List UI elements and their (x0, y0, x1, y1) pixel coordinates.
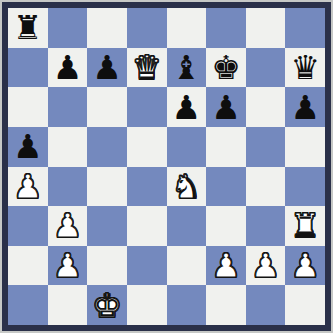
piece-black-king: ♚ (211, 51, 241, 84)
square-b3[interactable]: ♟ (48, 206, 88, 246)
square-e5[interactable] (167, 127, 207, 167)
square-h4[interactable] (285, 167, 325, 207)
square-h3[interactable]: ♜ (285, 206, 325, 246)
square-d8[interactable] (127, 8, 167, 48)
piece-black-pawn: ♟ (290, 91, 320, 124)
square-b6[interactable] (48, 87, 88, 127)
square-e7[interactable]: ♝ (167, 48, 207, 88)
square-b5[interactable] (48, 127, 88, 167)
square-f1[interactable] (206, 285, 246, 325)
piece-white-pawn: ♟ (251, 249, 281, 282)
square-g1[interactable] (246, 285, 286, 325)
square-e6[interactable]: ♟ (167, 87, 207, 127)
piece-white-pawn: ♟ (290, 249, 320, 282)
piece-black-bishop: ♝ (172, 51, 202, 84)
square-a4[interactable]: ♟ (8, 167, 48, 207)
piece-black-pawn: ♟ (92, 51, 122, 84)
square-f8[interactable] (206, 8, 246, 48)
piece-white-pawn: ♟ (53, 249, 83, 282)
square-b2[interactable]: ♟ (48, 246, 88, 286)
piece-black-pawn: ♟ (13, 130, 43, 163)
piece-black-pawn: ♟ (211, 91, 241, 124)
piece-white-rook: ♜ (290, 209, 320, 242)
square-d1[interactable] (127, 285, 167, 325)
piece-white-knight: ♞ (172, 170, 202, 203)
square-h6[interactable]: ♟ (285, 87, 325, 127)
square-d2[interactable] (127, 246, 167, 286)
square-d3[interactable] (127, 206, 167, 246)
square-g4[interactable] (246, 167, 286, 207)
square-f4[interactable] (206, 167, 246, 207)
square-a2[interactable] (8, 246, 48, 286)
piece-white-pawn: ♟ (13, 170, 43, 203)
square-a5[interactable]: ♟ (8, 127, 48, 167)
square-c3[interactable] (87, 206, 127, 246)
square-h8[interactable] (285, 8, 325, 48)
piece-black-rook: ♜ (13, 11, 43, 44)
square-e4[interactable]: ♞ (167, 167, 207, 207)
square-b7[interactable]: ♟ (48, 48, 88, 88)
square-d5[interactable] (127, 127, 167, 167)
square-h2[interactable]: ♟ (285, 246, 325, 286)
piece-white-pawn: ♟ (211, 249, 241, 282)
square-b8[interactable] (48, 8, 88, 48)
square-d7[interactable]: ♛ (127, 48, 167, 88)
piece-black-queen: ♛ (290, 51, 320, 84)
square-d4[interactable] (127, 167, 167, 207)
square-a6[interactable] (8, 87, 48, 127)
square-a1[interactable] (8, 285, 48, 325)
chess-board-frame: ♜♟♟♛♝♚♛♟♟♟♟♟♞♟♜♟♟♟♟♚ (0, 0, 333, 333)
square-a7[interactable] (8, 48, 48, 88)
square-g8[interactable] (246, 8, 286, 48)
square-c5[interactable] (87, 127, 127, 167)
square-b4[interactable] (48, 167, 88, 207)
square-c1[interactable]: ♚ (87, 285, 127, 325)
square-c6[interactable] (87, 87, 127, 127)
square-b1[interactable] (48, 285, 88, 325)
chess-board: ♜♟♟♛♝♚♛♟♟♟♟♟♞♟♜♟♟♟♟♚ (8, 8, 325, 325)
square-c4[interactable] (87, 167, 127, 207)
square-g5[interactable] (246, 127, 286, 167)
square-f7[interactable]: ♚ (206, 48, 246, 88)
piece-white-pawn: ♟ (53, 209, 83, 242)
piece-white-king: ♚ (92, 289, 122, 322)
piece-black-pawn: ♟ (172, 91, 202, 124)
square-g7[interactable] (246, 48, 286, 88)
square-h5[interactable] (285, 127, 325, 167)
square-a8[interactable]: ♜ (8, 8, 48, 48)
square-f2[interactable]: ♟ (206, 246, 246, 286)
square-a3[interactable] (8, 206, 48, 246)
square-e8[interactable] (167, 8, 207, 48)
square-d6[interactable] (127, 87, 167, 127)
square-f5[interactable] (206, 127, 246, 167)
square-e3[interactable] (167, 206, 207, 246)
square-h7[interactable]: ♛ (285, 48, 325, 88)
square-g3[interactable] (246, 206, 286, 246)
square-h1[interactable] (285, 285, 325, 325)
square-c2[interactable] (87, 246, 127, 286)
square-e2[interactable] (167, 246, 207, 286)
square-e1[interactable] (167, 285, 207, 325)
square-f3[interactable] (206, 206, 246, 246)
square-g2[interactable]: ♟ (246, 246, 286, 286)
square-c8[interactable] (87, 8, 127, 48)
piece-white-queen: ♛ (132, 51, 162, 84)
square-c7[interactable]: ♟ (87, 48, 127, 88)
piece-black-pawn: ♟ (53, 51, 83, 84)
square-g6[interactable] (246, 87, 286, 127)
square-f6[interactable]: ♟ (206, 87, 246, 127)
